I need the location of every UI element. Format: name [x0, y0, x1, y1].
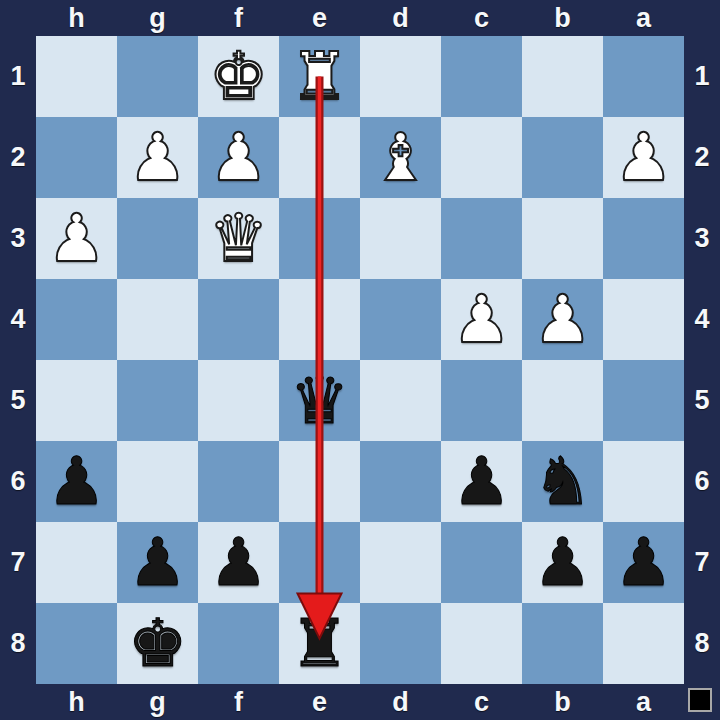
file-label-f: f — [198, 684, 279, 720]
rank-label-5: 5 — [0, 360, 36, 441]
square-b5[interactable] — [522, 360, 603, 441]
square-e5[interactable]: ♛ — [279, 360, 360, 441]
square-a5[interactable] — [603, 360, 684, 441]
square-e3[interactable] — [279, 198, 360, 279]
square-b2[interactable] — [522, 117, 603, 198]
rank-label-1: 1 — [0, 36, 36, 117]
black-pawn[interactable]: ♟ — [117, 522, 198, 603]
square-e6[interactable] — [279, 441, 360, 522]
square-h5[interactable] — [36, 360, 117, 441]
white-rook[interactable]: ♜ — [279, 36, 360, 117]
rank-label-4: 4 — [0, 279, 36, 360]
rank-label-5: 5 — [684, 360, 720, 441]
square-d7[interactable] — [360, 522, 441, 603]
black-pawn[interactable]: ♟ — [441, 441, 522, 522]
square-c8[interactable] — [441, 603, 522, 684]
square-g5[interactable] — [117, 360, 198, 441]
square-g6[interactable] — [117, 441, 198, 522]
square-h1[interactable] — [36, 36, 117, 117]
rank-label-7: 7 — [0, 522, 36, 603]
black-knight[interactable]: ♞ — [522, 441, 603, 522]
square-c7[interactable] — [441, 522, 522, 603]
square-e8[interactable]: ♜ — [279, 603, 360, 684]
square-f8[interactable] — [198, 603, 279, 684]
square-c4[interactable]: ♟ — [441, 279, 522, 360]
square-g8[interactable]: ♚ — [117, 603, 198, 684]
square-f7[interactable]: ♟ — [198, 522, 279, 603]
square-d6[interactable] — [360, 441, 441, 522]
file-label-d: d — [360, 0, 441, 36]
rank-label-7: 7 — [684, 522, 720, 603]
square-h4[interactable] — [36, 279, 117, 360]
square-d2[interactable]: ♝ — [360, 117, 441, 198]
square-f5[interactable] — [198, 360, 279, 441]
rank-label-4: 4 — [684, 279, 720, 360]
square-e4[interactable] — [279, 279, 360, 360]
square-c1[interactable] — [441, 36, 522, 117]
square-g2[interactable]: ♟ — [117, 117, 198, 198]
square-g3[interactable] — [117, 198, 198, 279]
square-d3[interactable] — [360, 198, 441, 279]
square-c5[interactable] — [441, 360, 522, 441]
file-label-h: h — [36, 0, 117, 36]
white-pawn[interactable]: ♟ — [603, 117, 684, 198]
black-pawn[interactable]: ♟ — [522, 522, 603, 603]
square-h7[interactable] — [36, 522, 117, 603]
file-label-c: c — [441, 684, 522, 720]
file-label-e: e — [279, 0, 360, 36]
square-h2[interactable] — [36, 117, 117, 198]
square-b7[interactable]: ♟ — [522, 522, 603, 603]
chess-diagram: hgfedcba 12345678 ♚♜♟♟♝♟♟♛♟♟♛♟♟♞♟♟♟♟♚♜ 1… — [0, 0, 720, 720]
chess-board: ♚♜♟♟♝♟♟♛♟♟♛♟♟♞♟♟♟♟♚♜ — [36, 36, 684, 684]
white-bishop[interactable]: ♝ — [360, 117, 441, 198]
file-label-e: e — [279, 684, 360, 720]
white-pawn[interactable]: ♟ — [198, 117, 279, 198]
square-f3[interactable]: ♛ — [198, 198, 279, 279]
square-a2[interactable]: ♟ — [603, 117, 684, 198]
square-d1[interactable] — [360, 36, 441, 117]
black-rook[interactable]: ♜ — [279, 603, 360, 684]
square-e7[interactable] — [279, 522, 360, 603]
white-king[interactable]: ♚ — [198, 36, 279, 117]
rank-label-6: 6 — [684, 441, 720, 522]
rank-labels-left: 12345678 — [0, 36, 36, 684]
file-label-b: b — [522, 0, 603, 36]
square-f2[interactable]: ♟ — [198, 117, 279, 198]
square-c3[interactable] — [441, 198, 522, 279]
square-f6[interactable] — [198, 441, 279, 522]
file-label-c: c — [441, 0, 522, 36]
square-h6[interactable]: ♟ — [36, 441, 117, 522]
rank-label-3: 3 — [0, 198, 36, 279]
file-label-b: b — [522, 684, 603, 720]
square-e1[interactable]: ♜ — [279, 36, 360, 117]
square-b8[interactable] — [522, 603, 603, 684]
square-a8[interactable] — [603, 603, 684, 684]
square-d5[interactable] — [360, 360, 441, 441]
rank-label-6: 6 — [0, 441, 36, 522]
square-a6[interactable] — [603, 441, 684, 522]
file-label-h: h — [36, 684, 117, 720]
white-pawn[interactable]: ♟ — [522, 279, 603, 360]
rank-labels-right: 12345678 — [684, 36, 720, 684]
rank-label-1: 1 — [684, 36, 720, 117]
square-a3[interactable] — [603, 198, 684, 279]
square-b6[interactable]: ♞ — [522, 441, 603, 522]
square-f1[interactable]: ♚ — [198, 36, 279, 117]
white-pawn[interactable]: ♟ — [441, 279, 522, 360]
file-label-g: g — [117, 0, 198, 36]
square-e2[interactable] — [279, 117, 360, 198]
white-pawn[interactable]: ♟ — [117, 117, 198, 198]
square-a4[interactable] — [603, 279, 684, 360]
black-pawn[interactable]: ♟ — [198, 522, 279, 603]
black-to-move-marker — [688, 688, 712, 712]
black-queen[interactable]: ♛ — [279, 360, 360, 441]
square-g1[interactable] — [117, 36, 198, 117]
square-d4[interactable] — [360, 279, 441, 360]
rank-label-2: 2 — [0, 117, 36, 198]
rank-label-3: 3 — [684, 198, 720, 279]
white-pawn[interactable]: ♟ — [36, 198, 117, 279]
square-b1[interactable] — [522, 36, 603, 117]
rank-label-8: 8 — [0, 603, 36, 684]
square-h8[interactable] — [36, 603, 117, 684]
black-king[interactable]: ♚ — [117, 603, 198, 684]
square-h3[interactable]: ♟ — [36, 198, 117, 279]
square-g4[interactable] — [117, 279, 198, 360]
black-pawn[interactable]: ♟ — [603, 522, 684, 603]
rank-label-2: 2 — [684, 117, 720, 198]
file-labels-top: hgfedcba — [36, 0, 684, 36]
square-b4[interactable]: ♟ — [522, 279, 603, 360]
file-label-f: f — [198, 0, 279, 36]
file-label-g: g — [117, 684, 198, 720]
square-a7[interactable]: ♟ — [603, 522, 684, 603]
black-pawn[interactable]: ♟ — [36, 441, 117, 522]
square-b3[interactable] — [522, 198, 603, 279]
square-g7[interactable]: ♟ — [117, 522, 198, 603]
square-f4[interactable] — [198, 279, 279, 360]
square-d8[interactable] — [360, 603, 441, 684]
rank-label-8: 8 — [684, 603, 720, 684]
square-a1[interactable] — [603, 36, 684, 117]
square-c6[interactable]: ♟ — [441, 441, 522, 522]
file-label-d: d — [360, 684, 441, 720]
white-queen[interactable]: ♛ — [198, 198, 279, 279]
file-label-a: a — [603, 684, 684, 720]
square-c2[interactable] — [441, 117, 522, 198]
file-labels-bottom: hgfedcba — [36, 684, 684, 720]
file-label-a: a — [603, 0, 684, 36]
